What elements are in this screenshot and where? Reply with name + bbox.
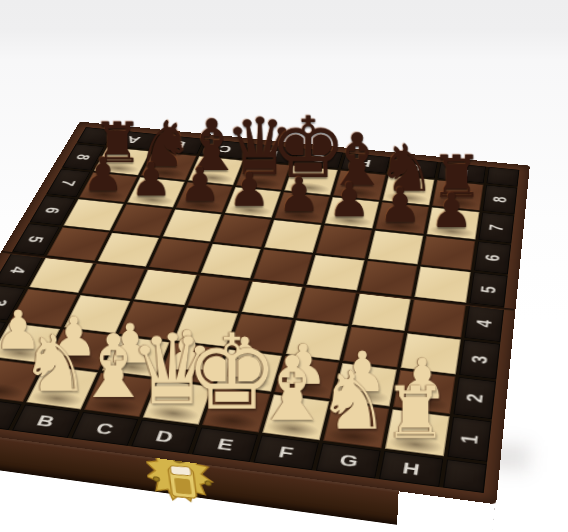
- right-rank-label-4: 4: [474, 318, 496, 328]
- top-file-label-h: H: [455, 167, 470, 178]
- square-d5[interactable]: [201, 244, 261, 279]
- top-file-label-g: G: [406, 162, 422, 173]
- rook-glyph: ♜: [334, 377, 496, 449]
- square-h5[interactable]: [414, 266, 470, 302]
- square-g5[interactable]: [360, 261, 417, 297]
- front-file-label-c: C: [94, 421, 116, 437]
- left-rank-label-6: 6: [42, 206, 63, 214]
- right-rank-label-6: 6: [483, 253, 503, 261]
- square-g4[interactable]: [352, 293, 411, 331]
- chess-board: ABCDEFGH8♜♞♝♛♚♝♞♜87♟♟♟♟♟♟♟♟7665544332♟♟♟…: [0, 122, 529, 503]
- square-f5[interactable]: [306, 255, 364, 291]
- left-rank-label-4: 4: [7, 265, 30, 274]
- square-c5[interactable]: [149, 238, 210, 272]
- square-f4[interactable]: [296, 287, 356, 325]
- square-e6[interactable]: [264, 220, 321, 253]
- square-e5[interactable]: [253, 249, 312, 284]
- square-g6[interactable]: [368, 230, 423, 264]
- border-corner: [443, 459, 487, 493]
- clasp-latch-top: [170, 466, 192, 476]
- front-file-label-h: H: [402, 460, 422, 478]
- border-plaque-rank-4: 4: [464, 305, 504, 342]
- board-grid: ABCDEFGH8♜♞♝♛♚♝♞♜87♟♟♟♟♟♟♟♟7665544332♟♟♟…: [0, 127, 519, 493]
- scene: ABCDEFGH8♜♞♝♛♚♝♞♜87♟♟♟♟♟♟♟♟7665544332♟♟♟…: [0, 0, 568, 532]
- square-h7[interactable]: ♟: [427, 207, 480, 239]
- square-h6[interactable]: [421, 236, 476, 270]
- square-d6[interactable]: [213, 214, 271, 247]
- border-plaque-rank-6: 6: [474, 241, 511, 274]
- front-file-label-f: F: [277, 444, 295, 461]
- board-frame: ABCDEFGH8♜♞♝♛♚♝♞♜87♟♟♟♟♟♟♟♟7665544332♟♟♟…: [0, 122, 529, 503]
- square-c6[interactable]: [163, 209, 222, 241]
- border-plaque-rank-4: 4: [0, 253, 43, 287]
- product-photo: ABCDEFGH8♜♞♝♛♚♝♞♜87♟♟♟♟♟♟♟♟7665544332♟♟♟…: [0, 0, 568, 532]
- square-b4[interactable]: [81, 263, 145, 299]
- square-d4[interactable]: [188, 275, 250, 312]
- square-h1[interactable]: ♜: [385, 409, 450, 456]
- square-f6[interactable]: [316, 225, 372, 259]
- square-b6[interactable]: [113, 204, 173, 236]
- left-rank-label-5: 5: [25, 235, 47, 243]
- border-plaque-file-h: H: [379, 451, 444, 487]
- brass-clasp: [145, 441, 219, 519]
- square-c4[interactable]: [134, 269, 197, 306]
- front-file-label-b: B: [35, 413, 58, 429]
- right-rank-label-5: 5: [478, 285, 499, 294]
- front-file-label-e: E: [215, 436, 235, 453]
- clasp-latch-shade: [174, 478, 192, 495]
- front-file-label-g: G: [338, 452, 359, 470]
- border-plaque-rank-5: 5: [469, 272, 507, 307]
